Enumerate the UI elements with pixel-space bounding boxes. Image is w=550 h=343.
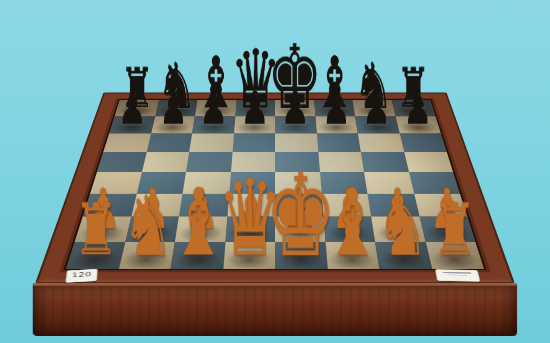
white-rook: ♜ <box>404 196 504 264</box>
photo-background: ♜♞♝♛♚♝♞♜♟♟♟♟♟♟♟♟♟♟♟♟♟♟♟♟♜♞♝♛♚♝♞♜ 120 <box>0 0 550 343</box>
square-h7: ♟ <box>395 116 441 133</box>
white-bishop: ♝ <box>148 179 248 266</box>
sticker-text-line <box>443 271 472 273</box>
chessboard: ♜♞♝♛♚♝♞♜♟♟♟♟♟♟♟♟♟♟♟♟♟♟♟♟♜♞♝♛♚♝♞♜ 120 <box>35 92 515 283</box>
lot-sticker-left: 120 <box>65 268 97 282</box>
white-bishop: ♝ <box>302 179 402 266</box>
lot-number: 120 <box>71 271 92 278</box>
square-a1: ♜ <box>66 241 125 268</box>
white-rook: ♜ <box>46 196 146 264</box>
square-c1: ♝ <box>171 241 225 268</box>
lot-sticker-right <box>435 269 480 282</box>
scene: ♜♞♝♛♚♝♞♜♟♟♟♟♟♟♟♟♟♟♟♟♟♟♟♟♜♞♝♛♚♝♞♜ 120 <box>0 0 550 343</box>
square-h6 <box>399 133 446 152</box>
sticker-text-line <box>448 274 467 275</box>
square-a6 <box>103 133 150 152</box>
black-pawn: ♟ <box>378 87 458 130</box>
square-h5 <box>404 152 453 172</box>
square-a5 <box>97 152 146 172</box>
board-front-edge <box>33 283 517 336</box>
square-f1: ♝ <box>325 241 379 268</box>
square-c6 <box>189 133 233 152</box>
square-h1: ♜ <box>425 241 484 268</box>
board-squares: ♜♞♝♛♚♝♞♜♟♟♟♟♟♟♟♟♟♟♟♟♟♟♟♟♜♞♝♛♚♝♞♜ <box>66 100 484 269</box>
square-b6 <box>146 133 192 152</box>
square-g6 <box>358 133 404 152</box>
